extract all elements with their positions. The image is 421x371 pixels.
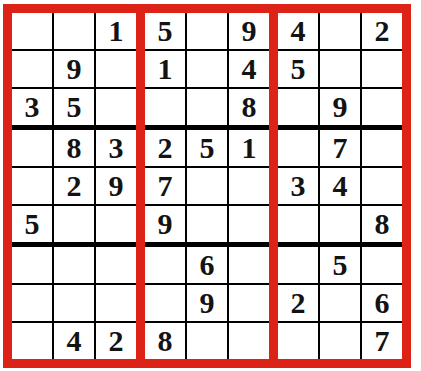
cell-r5c5[interactable]: [187, 168, 229, 206]
cell-r6c5[interactable]: [187, 206, 229, 247]
cell-r6c8[interactable]: [320, 206, 362, 247]
cell-r1c1[interactable]: [12, 13, 54, 51]
cell-r2c8[interactable]: [320, 51, 362, 89]
cell-r4c7[interactable]: [278, 130, 320, 168]
cell-r9c9[interactable]: 7: [362, 323, 402, 359]
cell-r7c5[interactable]: 6: [187, 247, 229, 285]
cell-r3c8[interactable]: 9: [320, 89, 362, 130]
cell-r3c5[interactable]: [187, 89, 229, 130]
cell-r2c4[interactable]: 1: [145, 51, 187, 89]
cell-r5c9[interactable]: [362, 168, 402, 206]
cell-r3c1[interactable]: 3: [12, 89, 54, 130]
sudoku-grid: 159429145358983251729734598659264287: [12, 13, 402, 359]
cell-r7c9[interactable]: [362, 247, 402, 285]
cell-r4c1[interactable]: [12, 130, 54, 168]
cell-r7c8[interactable]: 5: [320, 247, 362, 285]
vertical-box-divider-1: [136, 13, 145, 359]
cell-r9c8[interactable]: [320, 323, 362, 359]
cell-r2c2[interactable]: 9: [54, 51, 96, 89]
cell-r9c5[interactable]: [187, 323, 229, 359]
cell-r4c2[interactable]: 8: [54, 130, 96, 168]
cell-r1c7[interactable]: 4: [278, 13, 320, 51]
cell-r9c7[interactable]: [278, 323, 320, 359]
cell-r6c7[interactable]: [278, 206, 320, 247]
cell-r7c4[interactable]: [145, 247, 187, 285]
cell-r7c1[interactable]: [12, 247, 54, 285]
cell-r9c1[interactable]: [12, 323, 54, 359]
cell-r1c9[interactable]: 2: [362, 13, 402, 51]
cell-r9c2[interactable]: 4: [54, 323, 96, 359]
cell-r4c8[interactable]: 7: [320, 130, 362, 168]
cell-r5c2[interactable]: 2: [54, 168, 96, 206]
cell-r2c9[interactable]: [362, 51, 402, 89]
cell-r1c8[interactable]: [320, 13, 362, 51]
cell-r8c7[interactable]: 2: [278, 285, 320, 323]
cell-r6c4[interactable]: 9: [145, 206, 187, 247]
cell-r3c9[interactable]: [362, 89, 402, 130]
cell-r8c2[interactable]: [54, 285, 96, 323]
cell-r3c2[interactable]: 5: [54, 89, 96, 130]
cell-r8c9[interactable]: 6: [362, 285, 402, 323]
cell-r7c7[interactable]: [278, 247, 320, 285]
cell-r7c2[interactable]: [54, 247, 96, 285]
cell-r5c1[interactable]: [12, 168, 54, 206]
cell-r8c8[interactable]: [320, 285, 362, 323]
cell-r6c1[interactable]: 5: [12, 206, 54, 247]
cell-r1c4[interactable]: 5: [145, 13, 187, 51]
cell-r2c5[interactable]: [187, 51, 229, 89]
cell-r8c1[interactable]: [12, 285, 54, 323]
cell-r5c4[interactable]: 7: [145, 168, 187, 206]
cell-r8c4[interactable]: [145, 285, 187, 323]
cell-r6c2[interactable]: [54, 206, 96, 247]
cell-r2c7[interactable]: 5: [278, 51, 320, 89]
cell-r9c4[interactable]: 8: [145, 323, 187, 359]
cell-r4c9[interactable]: [362, 130, 402, 168]
cell-r4c4[interactable]: 2: [145, 130, 187, 168]
cell-r2c1[interactable]: [12, 51, 54, 89]
cell-r5c7[interactable]: 3: [278, 168, 320, 206]
cell-r3c7[interactable]: [278, 89, 320, 130]
cell-r4c5[interactable]: 5: [187, 130, 229, 168]
cell-r1c5[interactable]: [187, 13, 229, 51]
cell-r3c4[interactable]: [145, 89, 187, 130]
cell-r1c2[interactable]: [54, 13, 96, 51]
cell-r8c5[interactable]: 9: [187, 285, 229, 323]
vertical-box-divider-2: [269, 13, 278, 359]
sudoku-board: 159429145358983251729734598659264287: [3, 4, 411, 368]
cell-r6c9[interactable]: 8: [362, 206, 402, 247]
cell-r5c8[interactable]: 4: [320, 168, 362, 206]
